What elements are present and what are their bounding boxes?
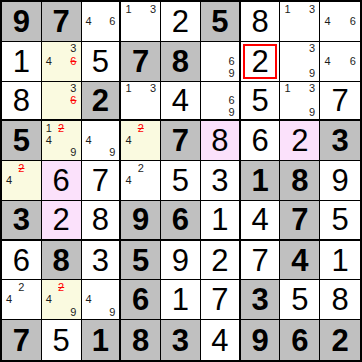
cell-r3c2[interactable]: 36 — [42, 82, 82, 122]
candidate-marks: 24 — [122, 122, 159, 159]
cell-r2c5[interactable]: 8 — [161, 42, 201, 82]
cell-r8c2[interactable]: 249 — [42, 280, 82, 320]
candidate-marks: 39 — [281, 43, 318, 80]
cell-r8c8[interactable]: 5 — [280, 280, 320, 320]
digit-given: 9 — [251, 325, 268, 356]
candidate-marks: 69 — [202, 43, 238, 80]
cell-r4c8[interactable]: 2 — [280, 121, 320, 161]
cell-r2c1[interactable]: 1 — [2, 42, 42, 82]
candidate-marks: 13 — [122, 83, 159, 119]
candidate-1: 1 — [281, 83, 293, 95]
cell-r6c8[interactable]: 7 — [280, 201, 320, 241]
digit-solved: 3 — [92, 245, 109, 276]
cell-r6c3[interactable]: 8 — [82, 201, 122, 241]
digit-solved: 5 — [172, 165, 189, 196]
digit-given: 1 — [92, 325, 109, 356]
cell-r1c6[interactable]: 5 — [201, 2, 241, 42]
digit-solved: 1 — [172, 284, 189, 315]
candidate-marks: 36 — [43, 83, 80, 119]
cell-r9c4[interactable]: 8 — [121, 320, 161, 360]
cell-r7c4[interactable]: 5 — [121, 241, 161, 281]
digit-given: 6 — [132, 284, 149, 315]
candidate-3: 3 — [147, 83, 159, 95]
candidate-marks: 69 — [202, 83, 238, 119]
cell-r6c4[interactable]: 9 — [121, 201, 161, 241]
cell-r8c3[interactable]: 49 — [82, 280, 122, 320]
cell-r9c2[interactable]: 5 — [42, 320, 82, 360]
candidate-6: 6 — [346, 15, 359, 27]
candidate-9: 9 — [106, 306, 118, 318]
cell-r1c4[interactable]: 13 — [121, 2, 161, 42]
candidate-marks: 49 — [83, 122, 119, 159]
cell-r8c1[interactable]: 24 — [2, 280, 42, 320]
candidate-6: 6 — [226, 55, 238, 67]
cell-r6c9[interactable]: 5 — [320, 201, 360, 241]
candidate-4: 4 — [3, 294, 15, 306]
cell-r1c9[interactable]: 46 — [320, 2, 360, 42]
cell-r8c9[interactable]: 8 — [320, 280, 360, 320]
candidate-6: 6 — [106, 15, 118, 27]
candidate-4: 4 — [43, 135, 55, 147]
cell-r9c9[interactable]: 2 — [320, 320, 360, 360]
cell-r6c7[interactable]: 4 — [241, 201, 281, 241]
candidate-4: 4 — [122, 135, 134, 147]
candidate-4: 4 — [83, 15, 95, 27]
cell-r2c4[interactable]: 7 — [121, 42, 161, 82]
candidate-3: 3 — [306, 3, 318, 15]
candidate-marks: 24 — [3, 281, 40, 318]
candidate-4: 4 — [122, 174, 134, 186]
cell-r5c9[interactable]: 9 — [320, 161, 360, 201]
cell-r3c9[interactable]: 7 — [320, 82, 360, 122]
cell-r7c1[interactable]: 6 — [2, 241, 42, 281]
digit-solved: 4 — [251, 204, 268, 235]
digit-solved: 5 — [92, 46, 109, 77]
candidate-marks: 1249 — [43, 122, 80, 159]
cell-r5c2[interactable]: 6 — [42, 161, 82, 201]
cell-r3c5[interactable]: 4 — [161, 82, 201, 122]
candidate-marks: 139 — [281, 83, 318, 119]
digit-solved: 7 — [92, 165, 109, 196]
digit-solved: 2 — [172, 6, 189, 37]
cell-r1c2[interactable]: 7 — [42, 2, 82, 42]
digit-given: 7 — [291, 204, 308, 235]
candidate-4: 4 — [321, 55, 334, 67]
cell-r6c6[interactable]: 1 — [201, 201, 241, 241]
digit-given: 7 — [13, 325, 30, 356]
candidate-1: 1 — [43, 122, 55, 134]
cell-r5c4[interactable]: 24 — [121, 161, 161, 201]
cell-r3c8[interactable]: 139 — [280, 82, 320, 122]
digit-solved: 8 — [211, 125, 228, 156]
cell-r4c3[interactable]: 49 — [82, 121, 122, 161]
digit-given: 8 — [172, 46, 189, 77]
candidate-4: 4 — [83, 135, 95, 147]
candidate-marks: 249 — [43, 281, 80, 318]
cell-r4c2[interactable]: 1249 — [42, 121, 82, 161]
candidate-3: 3 — [67, 83, 79, 95]
candidate-6-eliminated: 6 — [67, 94, 79, 106]
candidate-9: 9 — [306, 106, 318, 118]
cell-r2c9[interactable]: 46 — [320, 42, 360, 82]
digit-given: 3 — [331, 125, 348, 156]
digit-solved: 1 — [211, 204, 228, 235]
candidate-marks: 24 — [122, 162, 159, 199]
cell-r6c1[interactable]: 3 — [2, 201, 42, 241]
digit-solved: 8 — [251, 6, 268, 37]
digit-given: 5 — [13, 125, 30, 156]
cell-r3c4[interactable]: 13 — [121, 82, 161, 122]
digit-given: 5 — [211, 6, 228, 37]
candidate-9: 9 — [226, 106, 238, 118]
cell-r7c5[interactable]: 9 — [161, 241, 201, 281]
cell-r8c6[interactable]: 7 — [201, 280, 241, 320]
candidate-marks: 46 — [83, 3, 119, 40]
cell-r4c7[interactable]: 6 — [241, 121, 281, 161]
digit-solved: 8 — [331, 284, 348, 315]
candidate-4: 4 — [3, 174, 15, 186]
candidate-3: 3 — [67, 43, 79, 55]
cell-r4c9[interactable]: 3 — [320, 121, 360, 161]
digit-solved: 7 — [331, 85, 348, 116]
digit-given: 7 — [172, 125, 189, 156]
candidate-1: 1 — [122, 3, 134, 15]
digit-solved: 2 — [291, 125, 308, 156]
digit-solved: 4 — [211, 325, 228, 356]
digit-given: 3 — [251, 284, 268, 315]
digit-given: 8 — [53, 245, 70, 276]
candidate-9: 9 — [67, 147, 79, 159]
digit-solved: 9 — [331, 165, 348, 196]
digit-given: 1 — [251, 165, 268, 196]
digit-solved: 5 — [291, 284, 308, 315]
cell-r9c6[interactable]: 4 — [201, 320, 241, 360]
cell-r4c1[interactable]: 5 — [2, 121, 42, 161]
candidate-6: 6 — [346, 55, 359, 67]
digit-given: 8 — [132, 325, 149, 356]
cell-r3c1[interactable]: 8 — [2, 82, 42, 122]
candidate-3: 3 — [147, 3, 159, 15]
candidate-4: 4 — [321, 15, 334, 27]
cell-r5c5[interactable]: 5 — [161, 161, 201, 201]
cell-r9c7[interactable]: 9 — [241, 320, 281, 360]
cell-r9c8[interactable]: 6 — [280, 320, 320, 360]
digit-solved: 3 — [211, 165, 228, 196]
cell-r7c7[interactable]: 7 — [241, 241, 281, 281]
cell-r5c3[interactable]: 7 — [82, 161, 122, 201]
cell-r8c5[interactable]: 1 — [161, 280, 201, 320]
candidate-4: 4 — [43, 294, 55, 306]
digit-solved: 8 — [13, 85, 30, 116]
candidate-2-eliminated: 2 — [15, 162, 27, 174]
digit-given: 3 — [172, 325, 189, 356]
cell-r2c3[interactable]: 5 — [82, 42, 122, 82]
digit-solved: 5 — [53, 325, 70, 356]
digit-solved: 6 — [251, 125, 268, 156]
cell-r1c3[interactable]: 46 — [82, 2, 122, 42]
digit-solved: 7 — [251, 245, 268, 276]
digit-given: 9 — [13, 6, 30, 37]
digit-given: 4 — [291, 245, 308, 276]
cell-r7c9[interactable]: 1 — [320, 241, 360, 281]
candidate-1: 1 — [281, 3, 293, 15]
digit-solved: 2 — [211, 245, 228, 276]
digit-solved: 7 — [211, 284, 228, 315]
candidate-9: 9 — [106, 147, 118, 159]
digit-given: 2 — [331, 325, 348, 356]
digit-given: 8 — [291, 165, 308, 196]
cell-r4c6[interactable]: 8 — [201, 121, 241, 161]
cell-r1c1[interactable]: 9 — [2, 2, 42, 42]
cell-r2c7[interactable]: 2 — [241, 42, 281, 82]
candidate-2-eliminated: 2 — [55, 122, 67, 134]
cell-r6c5[interactable]: 6 — [161, 201, 201, 241]
cell-r2c6[interactable]: 69 — [201, 42, 241, 82]
candidate-marks: 24 — [3, 162, 40, 199]
cell-r5c8[interactable]: 8 — [280, 161, 320, 201]
cell-r8c4[interactable]: 6 — [121, 280, 161, 320]
digit-given: 7 — [132, 46, 149, 77]
cell-r9c3[interactable]: 1 — [82, 320, 122, 360]
candidate-2-eliminated: 2 — [135, 122, 147, 134]
cell-r1c7[interactable]: 8 — [241, 2, 281, 42]
digit-given: 6 — [172, 204, 189, 235]
digit-solved: 8 — [92, 204, 109, 235]
candidate-2-eliminated: 2 — [55, 281, 67, 293]
cell-r9c1[interactable]: 7 — [2, 320, 42, 360]
candidate-2: 2 — [15, 281, 27, 293]
cell-r3c3[interactable]: 2 — [82, 82, 122, 122]
candidate-3: 3 — [306, 43, 318, 55]
candidate-marks: 13 — [122, 3, 159, 40]
cell-r6c2[interactable]: 2 — [42, 201, 82, 241]
candidate-marks: 46 — [321, 3, 359, 40]
cell-r2c2[interactable]: 346 — [42, 42, 82, 82]
candidate-6-eliminated: 6 — [67, 55, 79, 67]
digit-solved: 6 — [13, 245, 30, 276]
sudoku-board: 9746132581346134657869239468362134695139… — [0, 0, 362, 362]
digit-given: 6 — [291, 325, 308, 356]
candidate-9: 9 — [306, 67, 318, 79]
digit-solved: 5 — [251, 85, 268, 116]
cell-r7c3[interactable]: 3 — [82, 241, 122, 281]
digit-solved: 9 — [172, 245, 189, 276]
candidate-4: 4 — [83, 294, 95, 306]
cell-r4c5[interactable]: 7 — [161, 121, 201, 161]
digit-solved: 1 — [331, 245, 348, 276]
cell-r5c7[interactable]: 1 — [241, 161, 281, 201]
candidate-marks: 346 — [43, 43, 80, 80]
cell-r7c6[interactable]: 2 — [201, 241, 241, 281]
candidate-marks: 49 — [83, 281, 119, 318]
cell-r8c7[interactable]: 3 — [241, 280, 281, 320]
cell-r5c1[interactable]: 24 — [2, 161, 42, 201]
cell-r7c2[interactable]: 8 — [42, 241, 82, 281]
digit-solved: 2 — [251, 46, 268, 77]
cell-r9c5[interactable]: 3 — [161, 320, 201, 360]
digit-given: 5 — [132, 245, 149, 276]
digit-solved: 4 — [172, 85, 189, 116]
candidate-1: 1 — [122, 83, 134, 95]
cell-r1c5[interactable]: 2 — [161, 2, 201, 42]
cell-r2c8[interactable]: 39 — [280, 42, 320, 82]
cell-r3c6[interactable]: 69 — [201, 82, 241, 122]
candidate-9: 9 — [67, 306, 79, 318]
digit-given: 7 — [53, 6, 70, 37]
cell-r5c6[interactable]: 3 — [201, 161, 241, 201]
digit-given: 9 — [132, 204, 149, 235]
cell-r7c8[interactable]: 4 — [280, 241, 320, 281]
cell-r1c8[interactable]: 13 — [280, 2, 320, 42]
digit-solved: 1 — [13, 46, 30, 77]
cell-r4c4[interactable]: 24 — [121, 121, 161, 161]
candidate-9: 9 — [226, 67, 238, 79]
candidate-3: 3 — [306, 83, 318, 95]
candidate-2: 2 — [135, 162, 147, 174]
candidate-6: 6 — [226, 94, 238, 106]
candidate-marks: 13 — [281, 3, 318, 40]
digit-solved: 2 — [53, 204, 70, 235]
digit-solved: 5 — [331, 204, 348, 235]
candidate-marks: 46 — [321, 43, 359, 80]
candidate-4: 4 — [43, 55, 55, 67]
cell-r3c7[interactable]: 5 — [241, 82, 281, 122]
digit-given: 3 — [13, 204, 30, 235]
digit-given: 2 — [92, 85, 109, 116]
digit-solved: 6 — [53, 165, 70, 196]
